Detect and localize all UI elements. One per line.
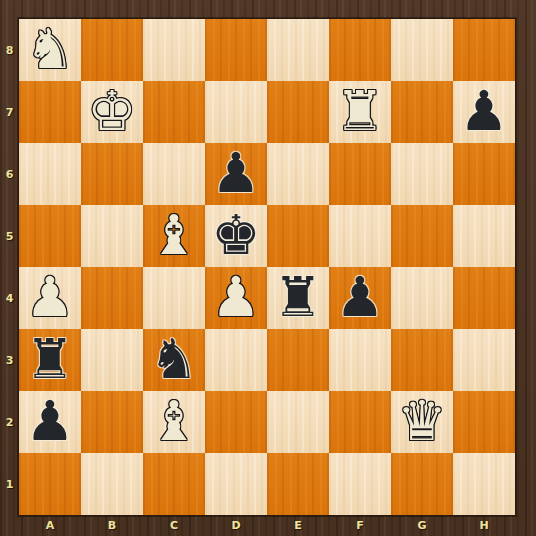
chess-board: ♞♚♜♟♟♝♚♟♟♜♟♜♞♟♝♛ (19, 19, 515, 515)
square-b7[interactable]: ♚ (81, 81, 143, 143)
square-g6[interactable] (391, 143, 453, 205)
black-knight[interactable]: ♞ (149, 332, 198, 387)
square-c4[interactable] (143, 267, 205, 329)
black-pawn[interactable]: ♟ (459, 84, 508, 139)
square-e1[interactable] (267, 453, 329, 515)
rank-label-1: 1 (0, 453, 19, 515)
white-bishop[interactable]: ♝ (149, 208, 198, 263)
black-pawn[interactable]: ♟ (211, 146, 260, 201)
square-a3[interactable]: ♜ (19, 329, 81, 391)
square-c6[interactable] (143, 143, 205, 205)
black-rook[interactable]: ♜ (25, 332, 74, 387)
file-label-c: C (143, 515, 205, 536)
black-pawn[interactable]: ♟ (25, 394, 74, 449)
square-b1[interactable] (81, 453, 143, 515)
square-a6[interactable] (19, 143, 81, 205)
square-e4[interactable]: ♜ (267, 267, 329, 329)
square-f7[interactable]: ♜ (329, 81, 391, 143)
square-a5[interactable] (19, 205, 81, 267)
square-h6[interactable] (453, 143, 515, 205)
square-e5[interactable] (267, 205, 329, 267)
square-g7[interactable] (391, 81, 453, 143)
square-b5[interactable] (81, 205, 143, 267)
white-pawn[interactable]: ♟ (211, 270, 260, 325)
square-c2[interactable]: ♝ (143, 391, 205, 453)
square-d5[interactable]: ♚ (205, 205, 267, 267)
square-f3[interactable] (329, 329, 391, 391)
square-e7[interactable] (267, 81, 329, 143)
square-d4[interactable]: ♟ (205, 267, 267, 329)
chess-board-frame: ♞♚♜♟♟♝♚♟♟♜♟♜♞♟♝♛ 87654321 ABCDEFGH (0, 0, 536, 536)
white-king[interactable]: ♚ (87, 84, 136, 139)
square-c1[interactable] (143, 453, 205, 515)
square-a4[interactable]: ♟ (19, 267, 81, 329)
square-b6[interactable] (81, 143, 143, 205)
rank-label-4: 4 (0, 267, 19, 329)
black-rook[interactable]: ♜ (273, 270, 322, 325)
square-a8[interactable]: ♞ (19, 19, 81, 81)
black-pawn[interactable]: ♟ (335, 270, 384, 325)
square-g1[interactable] (391, 453, 453, 515)
file-label-e: E (267, 515, 329, 536)
square-h7[interactable]: ♟ (453, 81, 515, 143)
square-c5[interactable]: ♝ (143, 205, 205, 267)
rank-label-7: 7 (0, 81, 19, 143)
square-f8[interactable] (329, 19, 391, 81)
square-a7[interactable] (19, 81, 81, 143)
square-c7[interactable] (143, 81, 205, 143)
white-pawn[interactable]: ♟ (25, 270, 74, 325)
rank-label-3: 3 (0, 329, 19, 391)
file-label-a: A (19, 515, 81, 536)
rank-label-5: 5 (0, 205, 19, 267)
file-label-f: F (329, 515, 391, 536)
square-h8[interactable] (453, 19, 515, 81)
rank-label-8: 8 (0, 19, 19, 81)
square-d7[interactable] (205, 81, 267, 143)
square-g2[interactable]: ♛ (391, 391, 453, 453)
file-label-d: D (205, 515, 267, 536)
square-e2[interactable] (267, 391, 329, 453)
square-b8[interactable] (81, 19, 143, 81)
white-queen[interactable]: ♛ (397, 394, 446, 449)
square-g5[interactable] (391, 205, 453, 267)
square-d1[interactable] (205, 453, 267, 515)
square-c3[interactable]: ♞ (143, 329, 205, 391)
rank-label-6: 6 (0, 143, 19, 205)
square-b3[interactable] (81, 329, 143, 391)
file-label-b: B (81, 515, 143, 536)
square-h4[interactable] (453, 267, 515, 329)
square-g4[interactable] (391, 267, 453, 329)
square-h5[interactable] (453, 205, 515, 267)
square-b4[interactable] (81, 267, 143, 329)
square-d2[interactable] (205, 391, 267, 453)
square-h3[interactable] (453, 329, 515, 391)
square-f1[interactable] (329, 453, 391, 515)
square-f6[interactable] (329, 143, 391, 205)
square-e8[interactable] (267, 19, 329, 81)
square-f2[interactable] (329, 391, 391, 453)
square-c8[interactable] (143, 19, 205, 81)
square-e3[interactable] (267, 329, 329, 391)
square-g3[interactable] (391, 329, 453, 391)
rank-label-2: 2 (0, 391, 19, 453)
square-d6[interactable]: ♟ (205, 143, 267, 205)
square-e6[interactable] (267, 143, 329, 205)
square-d8[interactable] (205, 19, 267, 81)
white-knight[interactable]: ♞ (25, 22, 74, 77)
file-label-g: G (391, 515, 453, 536)
black-king[interactable]: ♚ (211, 208, 260, 263)
white-bishop[interactable]: ♝ (149, 394, 198, 449)
square-a1[interactable] (19, 453, 81, 515)
square-b2[interactable] (81, 391, 143, 453)
square-g8[interactable] (391, 19, 453, 81)
square-h1[interactable] (453, 453, 515, 515)
file-label-h: H (453, 515, 515, 536)
square-d3[interactable] (205, 329, 267, 391)
white-rook[interactable]: ♜ (335, 84, 384, 139)
square-f4[interactable]: ♟ (329, 267, 391, 329)
square-f5[interactable] (329, 205, 391, 267)
square-a2[interactable]: ♟ (19, 391, 81, 453)
square-h2[interactable] (453, 391, 515, 453)
